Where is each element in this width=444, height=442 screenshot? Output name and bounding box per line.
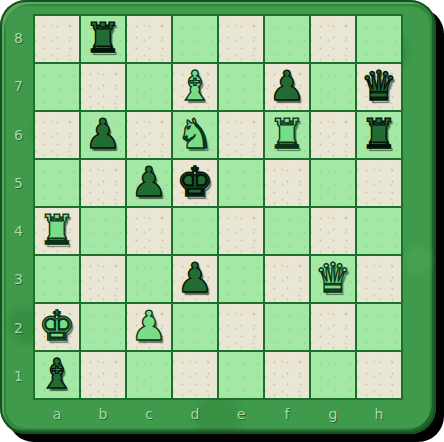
square-d7[interactable]: ♝ [173, 64, 217, 110]
square-a8[interactable] [35, 16, 79, 62]
square-b1[interactable] [81, 352, 125, 398]
piece-white-pawn[interactable]: ♟ [131, 306, 168, 347]
square-h5[interactable] [357, 160, 401, 206]
file-label-b: b [80, 401, 126, 427]
square-d1[interactable] [173, 352, 217, 398]
square-b7[interactable] [81, 64, 125, 110]
board-frame: 87654321 ♜♝♟♛♟♞♜♜♟♚♜♟♛♚♟♝ abcdefgh [0, 0, 436, 434]
piece-white-queen[interactable]: ♛ [315, 258, 352, 299]
piece-black-rook[interactable]: ♜ [85, 18, 122, 59]
square-f8[interactable] [265, 16, 309, 62]
square-g2[interactable] [311, 304, 355, 350]
piece-white-knight[interactable]: ♞ [177, 114, 214, 155]
square-e2[interactable] [219, 304, 263, 350]
square-a7[interactable] [35, 64, 79, 110]
rank-label-6: 6 [5, 111, 32, 159]
square-g4[interactable] [311, 208, 355, 254]
square-a1[interactable]: ♝ [35, 352, 79, 398]
square-e6[interactable] [219, 112, 263, 158]
square-b4[interactable] [81, 208, 125, 254]
rank-labels: 87654321 [5, 14, 32, 400]
square-h7[interactable]: ♛ [357, 64, 401, 110]
square-c4[interactable] [127, 208, 171, 254]
file-label-h: h [356, 401, 402, 427]
square-c7[interactable] [127, 64, 171, 110]
square-f7[interactable]: ♟ [265, 64, 309, 110]
square-a3[interactable] [35, 256, 79, 302]
piece-black-pawn[interactable]: ♟ [177, 258, 214, 299]
rank-label-7: 7 [5, 62, 32, 110]
square-c5[interactable]: ♟ [127, 160, 171, 206]
piece-black-king[interactable]: ♚ [177, 162, 214, 203]
file-label-g: g [310, 401, 356, 427]
piece-black-pawn[interactable]: ♟ [85, 114, 122, 155]
file-label-c: c [126, 401, 172, 427]
square-b6[interactable]: ♟ [81, 112, 125, 158]
square-c3[interactable] [127, 256, 171, 302]
square-e7[interactable] [219, 64, 263, 110]
square-b2[interactable] [81, 304, 125, 350]
square-g1[interactable] [311, 352, 355, 398]
file-label-a: a [34, 401, 80, 427]
square-h6[interactable]: ♜ [357, 112, 401, 158]
file-labels: abcdefgh [34, 401, 402, 427]
file-label-d: d [172, 401, 218, 427]
piece-white-rook[interactable]: ♜ [269, 114, 306, 155]
chess-board[interactable]: ♜♝♟♛♟♞♜♜♟♚♜♟♛♚♟♝ [33, 14, 403, 400]
rank-label-8: 8 [5, 14, 32, 62]
square-e5[interactable] [219, 160, 263, 206]
square-a5[interactable] [35, 160, 79, 206]
square-e3[interactable] [219, 256, 263, 302]
square-g8[interactable] [311, 16, 355, 62]
square-g3[interactable]: ♛ [311, 256, 355, 302]
piece-white-rook[interactable]: ♜ [39, 210, 76, 251]
rank-label-2: 2 [5, 304, 32, 352]
piece-black-pawn[interactable]: ♟ [269, 66, 306, 107]
square-a4[interactable]: ♜ [35, 208, 79, 254]
rank-label-1: 1 [5, 352, 32, 400]
square-g5[interactable] [311, 160, 355, 206]
square-d2[interactable] [173, 304, 217, 350]
square-h8[interactable] [357, 16, 401, 62]
square-d5[interactable]: ♚ [173, 160, 217, 206]
square-e8[interactable] [219, 16, 263, 62]
square-f2[interactable] [265, 304, 309, 350]
piece-white-king[interactable]: ♚ [39, 306, 76, 347]
square-e4[interactable] [219, 208, 263, 254]
square-h3[interactable] [357, 256, 401, 302]
square-b3[interactable] [81, 256, 125, 302]
square-d4[interactable] [173, 208, 217, 254]
square-c1[interactable] [127, 352, 171, 398]
square-a2[interactable]: ♚ [35, 304, 79, 350]
square-a6[interactable] [35, 112, 79, 158]
square-g7[interactable] [311, 64, 355, 110]
square-f3[interactable] [265, 256, 309, 302]
square-b8[interactable]: ♜ [81, 16, 125, 62]
piece-white-bishop[interactable]: ♝ [177, 66, 214, 107]
square-g6[interactable] [311, 112, 355, 158]
piece-black-bishop[interactable]: ♝ [39, 354, 76, 395]
square-c2[interactable]: ♟ [127, 304, 171, 350]
file-label-e: e [218, 401, 264, 427]
square-f6[interactable]: ♜ [265, 112, 309, 158]
square-f4[interactable] [265, 208, 309, 254]
square-c8[interactable] [127, 16, 171, 62]
square-d3[interactable]: ♟ [173, 256, 217, 302]
square-d6[interactable]: ♞ [173, 112, 217, 158]
rank-label-5: 5 [5, 159, 32, 207]
piece-black-pawn[interactable]: ♟ [131, 162, 168, 203]
square-h1[interactable] [357, 352, 401, 398]
square-b5[interactable] [81, 160, 125, 206]
piece-black-queen[interactable]: ♛ [361, 66, 398, 107]
rank-label-3: 3 [5, 255, 32, 303]
square-d8[interactable] [173, 16, 217, 62]
square-h4[interactable] [357, 208, 401, 254]
square-h2[interactable] [357, 304, 401, 350]
rank-label-4: 4 [5, 207, 32, 255]
piece-black-rook[interactable]: ♜ [361, 114, 398, 155]
square-f1[interactable] [265, 352, 309, 398]
square-e1[interactable] [219, 352, 263, 398]
square-c6[interactable] [127, 112, 171, 158]
file-label-f: f [264, 401, 310, 427]
square-f5[interactable] [265, 160, 309, 206]
